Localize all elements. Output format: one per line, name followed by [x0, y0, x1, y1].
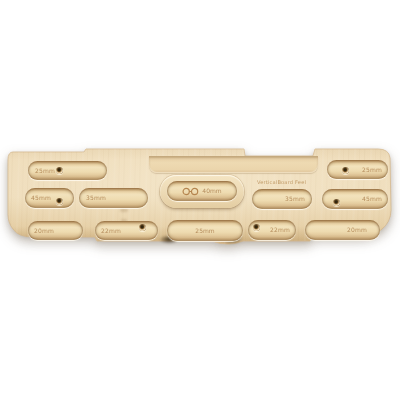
pocket-bottom-center: 25mm — [167, 220, 243, 241]
depth-label: 25mm — [35, 168, 55, 174]
pocket-mid-left: 35mm — [79, 188, 148, 208]
pocket-top-left: 25mm — [28, 161, 107, 180]
depth-label: 45mm — [362, 196, 382, 202]
depth-label: 35mm — [285, 196, 305, 202]
brand-engraving-text: VerticalBoard Feel — [256, 180, 307, 185]
center-jug-raised-ring: 40mm — [160, 175, 244, 208]
brand-logo-rings-icon — [182, 187, 199, 196]
depth-label: 25mm — [362, 167, 382, 173]
depth-label: 25mm — [195, 228, 214, 234]
screw-hole — [56, 198, 63, 205]
pocket-top-right: 25mm — [327, 160, 388, 179]
screw-hole — [342, 167, 349, 174]
depth-label: 35mm — [86, 195, 106, 201]
top-recess-panel — [149, 156, 318, 173]
pocket-mid-far-left: 45mm — [25, 188, 74, 208]
pocket-center-jug: 40mm — [167, 181, 237, 201]
pocket-bottom-right: 22mm — [248, 220, 296, 240]
depth-label: 22mm — [101, 228, 121, 234]
product-photo-stage: VerticalBoard Feel 25mm 25mm 45mm 35mm 4… — [0, 0, 400, 400]
depth-label: 20mm — [347, 227, 367, 233]
pocket-mid-far-right: 45mm — [322, 189, 388, 209]
screw-hole — [56, 167, 63, 174]
depth-label: 40mm — [202, 188, 221, 194]
pocket-mid-right: 35mm — [252, 189, 312, 209]
depth-label: 45mm — [31, 195, 51, 201]
pocket-bottom-far-left: 20mm — [28, 221, 83, 240]
pocket-bottom-left: 22mm — [95, 221, 158, 240]
depth-label: 20mm — [34, 228, 54, 234]
screw-hole — [139, 224, 146, 231]
screw-hole — [253, 224, 260, 231]
screw-hole — [333, 199, 340, 206]
wood-knot — [120, 208, 128, 212]
pocket-bottom-far-right: 20mm — [305, 220, 380, 240]
depth-label: 22mm — [270, 227, 290, 233]
